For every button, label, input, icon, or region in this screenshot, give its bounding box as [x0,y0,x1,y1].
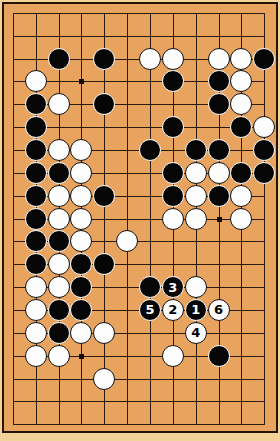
intersection[interactable] [116,48,139,71]
intersection[interactable] [162,48,185,71]
intersection[interactable] [93,276,116,299]
intersection[interactable] [93,208,116,231]
intersection[interactable] [48,413,71,436]
intersection[interactable] [48,162,71,185]
black-stone [162,185,184,207]
intersection[interactable] [48,70,71,93]
white-stone [25,345,47,367]
intersection[interactable] [185,208,208,231]
intersection[interactable] [162,413,185,436]
intersection[interactable] [208,185,231,208]
intersection[interactable] [2,25,25,48]
intersection[interactable] [25,345,48,368]
intersection[interactable] [253,25,276,48]
intersection[interactable] [208,48,231,71]
intersection[interactable] [48,345,71,368]
intersection[interactable] [162,25,185,48]
intersection[interactable] [25,276,48,299]
intersection[interactable] [2,93,25,116]
intersection[interactable] [230,345,253,368]
intersection[interactable] [139,139,162,162]
intersection[interactable] [116,162,139,185]
intersection[interactable] [93,162,116,185]
intersection[interactable] [116,116,139,139]
intersection[interactable] [116,185,139,208]
intersection[interactable] [25,253,48,276]
intersection[interactable] [230,322,253,345]
white-stone [93,368,115,390]
white-stone [185,276,207,298]
black-stone [162,70,184,92]
intersection[interactable]: 1 [185,299,208,322]
intersection[interactable] [139,230,162,253]
intersection[interactable] [139,322,162,345]
black-stone [139,139,161,161]
intersection[interactable] [253,70,276,93]
intersection[interactable] [230,368,253,391]
black-stone [139,276,161,298]
intersection[interactable] [253,2,276,25]
intersection[interactable] [116,299,139,322]
intersection[interactable] [93,322,116,345]
black-stone [48,322,70,344]
intersection[interactable] [2,390,25,413]
white-stone [230,48,252,70]
intersection[interactable] [2,253,25,276]
intersection[interactable] [185,116,208,139]
intersection[interactable] [230,139,253,162]
white-stone [70,185,92,207]
intersection[interactable] [208,139,231,162]
intersection[interactable] [139,253,162,276]
intersection[interactable] [25,413,48,436]
intersection[interactable] [48,390,71,413]
intersection[interactable] [230,413,253,436]
intersection[interactable] [208,413,231,436]
white-stone [230,185,252,207]
intersection[interactable] [25,185,48,208]
intersection[interactable] [2,230,25,253]
intersection[interactable] [93,230,116,253]
intersection[interactable] [25,208,48,231]
intersection[interactable] [162,116,185,139]
intersection[interactable] [2,208,25,231]
intersection[interactable] [25,162,48,185]
intersection[interactable] [25,70,48,93]
intersection[interactable] [185,413,208,436]
white-stone [162,208,184,230]
black-stone [162,162,184,184]
intersection[interactable] [208,276,231,299]
move-number-label: 5 [145,303,154,316]
intersection[interactable] [208,2,231,25]
white-stone [48,276,70,298]
intersection[interactable] [70,299,93,322]
intersection[interactable] [48,368,71,391]
black-stone [253,162,275,184]
intersection[interactable] [253,48,276,71]
intersection[interactable] [230,208,253,231]
intersection[interactable] [93,253,116,276]
intersection[interactable] [2,2,25,25]
intersection[interactable] [25,48,48,71]
intersection[interactable] [116,25,139,48]
intersection[interactable] [139,345,162,368]
intersection[interactable] [93,2,116,25]
intersection[interactable] [116,390,139,413]
intersection[interactable] [230,390,253,413]
move-5-black-stone: 5 [139,299,161,321]
intersection[interactable] [230,230,253,253]
intersection[interactable] [230,48,253,71]
intersection[interactable] [93,368,116,391]
intersection[interactable] [230,2,253,25]
intersection[interactable] [93,390,116,413]
intersection[interactable] [93,25,116,48]
intersection[interactable] [70,48,93,71]
move-1-black-stone: 1 [185,299,207,321]
intersection[interactable] [253,345,276,368]
intersection[interactable] [48,93,71,116]
intersection[interactable] [208,230,231,253]
white-stone [208,48,230,70]
white-stone [25,276,47,298]
intersection[interactable] [2,368,25,391]
intersection[interactable] [48,48,71,71]
intersection[interactable] [70,208,93,231]
intersection[interactable] [208,390,231,413]
intersection[interactable] [25,2,48,25]
intersection[interactable] [230,299,253,322]
intersection[interactable] [116,253,139,276]
move-4-white-stone: 4 [185,322,207,344]
intersection[interactable] [70,25,93,48]
intersection[interactable] [70,253,93,276]
intersection[interactable] [208,25,231,48]
black-stone [25,139,47,161]
intersection[interactable] [185,70,208,93]
intersection[interactable] [185,345,208,368]
intersection[interactable]: 5 [139,299,162,322]
intersection[interactable] [116,230,139,253]
white-stone [70,208,92,230]
intersection[interactable] [162,208,185,231]
intersection[interactable] [139,276,162,299]
intersection[interactable] [139,185,162,208]
white-stone [48,93,70,115]
intersection[interactable] [162,322,185,345]
intersection[interactable] [25,368,48,391]
intersection[interactable] [230,185,253,208]
star-point [79,354,84,359]
intersection[interactable] [48,139,71,162]
intersection[interactable] [253,162,276,185]
intersection[interactable] [93,116,116,139]
intersection[interactable] [93,413,116,436]
intersection[interactable] [25,299,48,322]
intersection[interactable] [2,185,25,208]
intersection[interactable] [70,230,93,253]
intersection[interactable] [208,208,231,231]
intersection[interactable] [93,185,116,208]
intersection[interactable] [230,93,253,116]
intersection[interactable] [48,253,71,276]
intersection[interactable]: 3 [162,276,185,299]
white-stone [93,322,115,344]
intersection[interactable] [253,322,276,345]
white-stone [70,162,92,184]
white-stone [48,345,70,367]
intersection[interactable]: 4 [185,322,208,345]
intersection[interactable] [2,299,25,322]
intersection[interactable] [185,2,208,25]
intersection[interactable] [93,139,116,162]
white-stone [230,93,252,115]
black-stone [253,48,275,70]
black-stone [208,139,230,161]
black-stone [93,185,115,207]
intersection[interactable] [25,116,48,139]
intersection[interactable] [253,208,276,231]
move-number-label: 2 [168,303,177,316]
intersection[interactable] [162,139,185,162]
intersection[interactable] [70,93,93,116]
intersection[interactable] [48,208,71,231]
black-stone [162,116,184,138]
star-point [79,79,84,84]
intersection[interactable] [93,345,116,368]
white-stone [208,162,230,184]
intersection[interactable] [208,116,231,139]
intersection[interactable] [70,322,93,345]
move-number-label: 3 [168,281,177,294]
intersection[interactable] [116,208,139,231]
intersection[interactable] [116,139,139,162]
intersection[interactable] [139,390,162,413]
intersection[interactable] [208,322,231,345]
intersection[interactable] [185,253,208,276]
intersection[interactable] [116,413,139,436]
intersection[interactable] [139,368,162,391]
intersection[interactable] [185,25,208,48]
black-stone [25,185,47,207]
intersection[interactable] [116,276,139,299]
black-stone [70,299,92,321]
intersection[interactable] [185,185,208,208]
intersection[interactable] [162,345,185,368]
intersection[interactable] [116,93,139,116]
intersection[interactable] [116,2,139,25]
intersection[interactable] [93,48,116,71]
intersection[interactable] [185,368,208,391]
black-stone [208,185,230,207]
intersection[interactable] [162,368,185,391]
white-stone [116,230,138,252]
intersection[interactable] [2,276,25,299]
intersection[interactable] [208,345,231,368]
intersection[interactable] [2,48,25,71]
intersection[interactable] [253,93,276,116]
intersection[interactable] [25,322,48,345]
intersection[interactable] [70,116,93,139]
black-stone [70,253,92,275]
intersection[interactable] [185,48,208,71]
intersection[interactable] [93,93,116,116]
intersection[interactable] [48,25,71,48]
intersection[interactable] [93,299,116,322]
intersection[interactable] [253,230,276,253]
black-stone [208,345,230,367]
intersection[interactable] [48,2,71,25]
intersection[interactable] [162,185,185,208]
intersection[interactable] [2,413,25,436]
white-stone [25,70,47,92]
intersection[interactable] [116,368,139,391]
intersection[interactable] [185,93,208,116]
intersection[interactable] [139,116,162,139]
black-stone [25,162,47,184]
white-stone [185,162,207,184]
intersection[interactable] [139,70,162,93]
intersection[interactable] [70,368,93,391]
intersection[interactable] [230,276,253,299]
intersection[interactable] [139,162,162,185]
intersection[interactable] [116,70,139,93]
intersection[interactable] [230,253,253,276]
intersection[interactable] [48,230,71,253]
white-stone [253,116,275,138]
intersection[interactable] [2,322,25,345]
intersection[interactable] [25,25,48,48]
move-number-label: 6 [214,303,223,316]
intersection[interactable] [162,162,185,185]
intersection[interactable] [185,390,208,413]
intersection[interactable] [116,322,139,345]
move-3-black-stone: 3 [162,276,184,298]
intersection[interactable] [2,70,25,93]
black-stone [93,93,115,115]
intersection[interactable] [2,162,25,185]
intersection[interactable] [253,368,276,391]
intersection[interactable] [70,139,93,162]
black-stone [25,116,47,138]
intersection[interactable] [185,162,208,185]
move-number-label: 1 [191,303,200,316]
intersection[interactable] [48,322,71,345]
intersection[interactable] [253,139,276,162]
black-stone [185,139,207,161]
go-diagram-stage: 352164 [0,0,280,441]
intersection[interactable] [70,276,93,299]
intersection[interactable] [70,390,93,413]
intersection[interactable] [139,25,162,48]
intersection[interactable] [208,368,231,391]
intersection[interactable] [139,2,162,25]
intersection[interactable] [25,139,48,162]
intersection[interactable] [230,116,253,139]
intersection[interactable] [253,253,276,276]
white-stone [185,185,207,207]
intersection[interactable] [162,93,185,116]
white-stone [25,322,47,344]
black-stone [208,93,230,115]
intersection[interactable] [185,230,208,253]
intersection[interactable] [93,70,116,93]
white-stone [48,208,70,230]
black-stone [25,253,47,275]
white-stone [162,345,184,367]
move-6-white-stone: 6 [208,299,230,321]
black-stone [253,139,275,161]
intersection[interactable] [253,116,276,139]
intersection[interactable] [48,299,71,322]
black-stone [93,253,115,275]
intersection[interactable] [48,276,71,299]
intersection[interactable] [208,253,231,276]
intersection[interactable] [185,139,208,162]
white-stone [230,70,252,92]
black-stone [25,208,47,230]
star-point [217,217,222,222]
intersection[interactable] [2,345,25,368]
intersection[interactable] [70,345,93,368]
intersection[interactable] [70,162,93,185]
intersection[interactable] [230,70,253,93]
intersection[interactable] [25,93,48,116]
intersection[interactable]: 2 [162,299,185,322]
intersection[interactable] [2,139,25,162]
intersection[interactable] [116,345,139,368]
intersection[interactable] [139,413,162,436]
intersection[interactable] [25,390,48,413]
intersection[interactable] [25,230,48,253]
black-stone [230,162,252,184]
intersection[interactable] [208,70,231,93]
intersection[interactable] [70,185,93,208]
intersection[interactable] [253,413,276,436]
intersection[interactable] [185,276,208,299]
black-stone [70,276,92,298]
intersection[interactable] [162,70,185,93]
move-number-label: 4 [191,326,200,339]
intersection[interactable] [230,25,253,48]
intersection[interactable] [253,185,276,208]
intersection[interactable] [230,162,253,185]
white-stone [70,230,92,252]
intersection[interactable] [70,2,93,25]
intersection[interactable]: 6 [208,299,231,322]
intersection[interactable] [253,299,276,322]
intersection[interactable] [162,253,185,276]
intersection[interactable] [253,276,276,299]
intersection[interactable] [139,208,162,231]
black-stone [93,48,115,70]
intersection[interactable] [162,230,185,253]
intersection[interactable] [48,116,71,139]
intersection[interactable] [2,116,25,139]
intersection[interactable] [208,162,231,185]
intersection[interactable] [139,48,162,71]
intersection[interactable] [139,93,162,116]
white-stone [48,253,70,275]
intersection[interactable] [253,390,276,413]
intersection[interactable] [48,185,71,208]
intersection[interactable] [162,390,185,413]
intersection[interactable] [208,93,231,116]
intersection[interactable] [70,70,93,93]
intersection[interactable] [70,413,93,436]
intersection[interactable] [162,2,185,25]
